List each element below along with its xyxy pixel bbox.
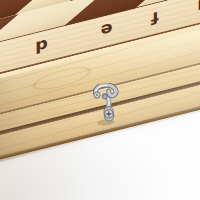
file-label-e: e — [101, 20, 113, 41]
file-label-d: d — [35, 36, 48, 58]
clasp-latch-icon — [90, 82, 125, 128]
clasp-catch-post — [102, 94, 107, 99]
photo-scene: d e f g — [0, 0, 200, 200]
file-label-g: g — [197, 0, 200, 17]
file-label-f: f — [151, 8, 159, 28]
